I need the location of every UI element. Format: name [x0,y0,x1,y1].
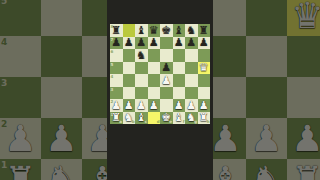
square-c5[interactable] [135,62,148,75]
piece-bn-c6[interactable]: ♞ [136,50,146,61]
square-g1[interactable]: g♞ [185,112,198,125]
rank-label-1: 1 [111,112,114,117]
rank-label-4: 4 [111,74,114,79]
square-g2[interactable]: ♟ [185,99,198,112]
square-e7[interactable] [160,37,173,50]
piece-wp-d2[interactable]: ♟ [149,100,159,111]
piece-bp-g7[interactable]: ♟ [186,37,196,48]
chess-board[interactable]: 8♜♝♛♚♝♞♜7♟♟♟♟♟♟♟6♞5♟♛4♟32♟♟♟♟♟♟♟1a♜b♞c♝d… [110,24,210,124]
video-frame: 8♜♝♛♚♝♞♜7♟♟♟♟♟♟♟6♞5♟♛4♟32♟♟♟♟♟♟♟1a♜b♞c♝d… [0,0,320,180]
piece-wp-c2[interactable]: ♟ [136,100,146,111]
square-e1[interactable]: e♚ [160,112,173,125]
piece-wp-e4[interactable]: ♟ [161,75,171,86]
square-e3[interactable] [160,87,173,100]
square-c7[interactable]: ♟ [135,37,148,50]
piece-wp-h2[interactable]: ♟ [199,100,209,111]
square-b7[interactable]: ♟ [123,37,136,50]
rank-label-8: 8 [111,24,114,29]
square-d7[interactable]: ♟ [148,37,161,50]
square-g3[interactable] [185,87,198,100]
square-h2[interactable]: ♟ [198,99,211,112]
piece-wp-b2[interactable]: ♟ [124,100,134,111]
square-c8[interactable]: ♝ [135,24,148,37]
square-b4[interactable] [123,74,136,87]
square-b2[interactable]: ♟ [123,99,136,112]
piece-bp-d7[interactable]: ♟ [149,37,159,48]
square-e8[interactable]: ♚ [160,24,173,37]
square-f7[interactable]: ♟ [173,37,186,50]
piece-bk-e8[interactable]: ♚ [161,25,171,36]
square-f8[interactable]: ♝ [173,24,186,37]
square-a3[interactable]: 3 [110,87,123,100]
square-d3[interactable] [148,87,161,100]
square-h8[interactable]: ♜ [198,24,211,37]
square-c3[interactable] [135,87,148,100]
square-c4[interactable] [135,74,148,87]
square-a6[interactable]: 6 [110,49,123,62]
square-d5[interactable] [148,62,161,75]
square-h4[interactable] [198,74,211,87]
piece-bp-c7[interactable]: ♟ [136,37,146,48]
square-f3[interactable] [173,87,186,100]
square-a4[interactable]: 4 [110,74,123,87]
piece-bb-f8[interactable]: ♝ [174,25,184,36]
square-g7[interactable]: ♟ [185,37,198,50]
square-c1[interactable]: c♝ [135,112,148,125]
square-a5[interactable]: 5 [110,62,123,75]
piece-wq-h5[interactable]: ♛ [199,62,209,73]
square-c2[interactable]: ♟ [135,99,148,112]
square-d4[interactable] [148,74,161,87]
square-b5[interactable] [123,62,136,75]
square-g8[interactable]: ♞ [185,24,198,37]
piece-wp-f2[interactable]: ♟ [174,100,184,111]
square-e5[interactable]: ♟ [160,62,173,75]
square-d1[interactable]: d [148,112,161,125]
square-b1[interactable]: b♞ [123,112,136,125]
rank-label-2: 2 [111,99,114,104]
piece-br-h8[interactable]: ♜ [199,25,209,36]
piece-wp-g2[interactable]: ♟ [186,100,196,111]
piece-bq-d8[interactable]: ♛ [149,25,159,36]
piece-bp-h7[interactable]: ♟ [199,37,209,48]
square-h3[interactable] [198,87,211,100]
square-f4[interactable] [173,74,186,87]
square-a8[interactable]: 8♜ [110,24,123,37]
square-c6[interactable]: ♞ [135,49,148,62]
square-f6[interactable] [173,49,186,62]
square-a7[interactable]: 7♟ [110,37,123,50]
square-b6[interactable] [123,49,136,62]
square-b8[interactable] [123,24,136,37]
square-f1[interactable]: f♝ [173,112,186,125]
square-a1[interactable]: 1a♜ [110,112,123,125]
piece-bp-b7[interactable]: ♟ [124,37,134,48]
square-d6[interactable] [148,49,161,62]
square-h5[interactable]: ♛ [198,62,211,75]
square-e4[interactable]: ♟ [160,74,173,87]
square-e2[interactable] [160,99,173,112]
rank-label-5: 5 [111,62,114,67]
square-b3[interactable] [123,87,136,100]
video-strip: 8♜♝♛♚♝♞♜7♟♟♟♟♟♟♟6♞5♟♛4♟32♟♟♟♟♟♟♟1a♜b♞c♝d… [107,0,213,180]
square-h6[interactable] [198,49,211,62]
square-e6[interactable] [160,49,173,62]
piece-bp-f7[interactable]: ♟ [174,37,184,48]
square-g6[interactable] [185,49,198,62]
square-d8[interactable]: ♛ [148,24,161,37]
piece-bb-c8[interactable]: ♝ [136,25,146,36]
square-d2[interactable]: ♟ [148,99,161,112]
rank-label-3: 3 [111,87,114,92]
square-h1[interactable]: h♜ [198,112,211,125]
square-h7[interactable]: ♟ [198,37,211,50]
rank-label-7: 7 [111,37,114,42]
piece-bn-g8[interactable]: ♞ [186,25,196,36]
square-f2[interactable]: ♟ [173,99,186,112]
file-label-h: h [207,119,210,124]
square-a2[interactable]: 2♟ [110,99,123,112]
square-f5[interactable] [173,62,186,75]
piece-bp-e5[interactable]: ♟ [161,62,171,73]
square-g4[interactable] [185,74,198,87]
square-g5[interactable] [185,62,198,75]
rank-label-6: 6 [111,49,114,54]
